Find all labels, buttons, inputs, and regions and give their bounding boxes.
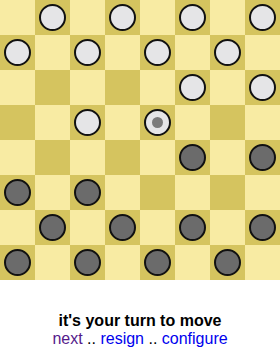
square-r7c4[interactable] [140, 245, 175, 280]
light-checker-piece[interactable] [249, 74, 276, 101]
dark-checker-piece[interactable] [39, 214, 66, 241]
square-r6c4[interactable] [140, 210, 175, 245]
square-r3c2[interactable] [70, 105, 105, 140]
dark-checker-piece[interactable] [179, 144, 206, 171]
resign-link[interactable]: resign [100, 330, 144, 347]
square-r1c2[interactable] [70, 35, 105, 70]
square-r5c6[interactable] [210, 175, 245, 210]
square-r5c7[interactable] [245, 175, 280, 210]
square-r6c3[interactable] [105, 210, 140, 245]
square-r2c4[interactable] [140, 70, 175, 105]
dark-checker-piece[interactable] [214, 249, 241, 276]
link-separator: .. [148, 330, 157, 347]
square-r4c5[interactable] [175, 140, 210, 175]
dark-checker-piece[interactable] [179, 214, 206, 241]
square-r0c4[interactable] [140, 0, 175, 35]
dark-checker-piece[interactable] [144, 249, 171, 276]
light-checker-piece[interactable] [144, 109, 171, 136]
square-r7c3[interactable] [105, 245, 140, 280]
square-r5c3[interactable] [105, 175, 140, 210]
configure-link[interactable]: configure [162, 330, 228, 347]
square-r2c2[interactable] [70, 70, 105, 105]
square-r7c1[interactable] [35, 245, 70, 280]
square-r7c7[interactable] [245, 245, 280, 280]
square-r5c0[interactable] [0, 175, 35, 210]
square-r0c6[interactable] [210, 0, 245, 35]
square-r4c1[interactable] [35, 140, 70, 175]
square-r3c7[interactable] [245, 105, 280, 140]
square-r6c7[interactable] [245, 210, 280, 245]
light-checker-piece[interactable] [4, 39, 31, 66]
square-r0c2[interactable] [70, 0, 105, 35]
dark-checker-piece[interactable] [249, 214, 276, 241]
square-r2c5[interactable] [175, 70, 210, 105]
square-r1c3[interactable] [105, 35, 140, 70]
dark-checker-piece[interactable] [4, 179, 31, 206]
light-checker-piece[interactable] [74, 39, 101, 66]
page: it's your turn to move next .. resign ..… [0, 0, 280, 353]
light-checker-piece[interactable] [179, 4, 206, 31]
square-r7c6[interactable] [210, 245, 245, 280]
square-r3c6[interactable] [210, 105, 245, 140]
square-r5c2[interactable] [70, 175, 105, 210]
square-r6c0[interactable] [0, 210, 35, 245]
dark-checker-piece[interactable] [109, 214, 136, 241]
square-r1c7[interactable] [245, 35, 280, 70]
square-r0c0[interactable] [0, 0, 35, 35]
square-r2c3[interactable] [105, 70, 140, 105]
square-r2c6[interactable] [210, 70, 245, 105]
light-checker-piece[interactable] [39, 4, 66, 31]
status-message: it's your turn to move [0, 312, 280, 329]
square-r4c6[interactable] [210, 140, 245, 175]
last-move-dot [152, 117, 163, 128]
square-r6c5[interactable] [175, 210, 210, 245]
square-r0c5[interactable] [175, 0, 210, 35]
square-r4c7[interactable] [245, 140, 280, 175]
square-r2c7[interactable] [245, 70, 280, 105]
square-r0c3[interactable] [105, 0, 140, 35]
square-r4c0[interactable] [0, 140, 35, 175]
square-r5c4[interactable] [140, 175, 175, 210]
square-r4c2[interactable] [70, 140, 105, 175]
square-r7c5[interactable] [175, 245, 210, 280]
square-r3c0[interactable] [0, 105, 35, 140]
square-r0c7[interactable] [245, 0, 280, 35]
dark-checker-piece[interactable] [74, 179, 101, 206]
light-checker-piece[interactable] [109, 4, 136, 31]
square-r1c1[interactable] [35, 35, 70, 70]
square-r0c1[interactable] [35, 0, 70, 35]
light-checker-piece[interactable] [179, 74, 206, 101]
checkers-board [0, 0, 280, 280]
light-checker-piece[interactable] [214, 39, 241, 66]
square-r3c1[interactable] [35, 105, 70, 140]
square-r5c5[interactable] [175, 175, 210, 210]
light-checker-piece[interactable] [144, 39, 171, 66]
square-r1c6[interactable] [210, 35, 245, 70]
square-r5c1[interactable] [35, 175, 70, 210]
square-r4c3[interactable] [105, 140, 140, 175]
square-r6c6[interactable] [210, 210, 245, 245]
dark-checker-piece[interactable] [4, 249, 31, 276]
link-separator: .. [87, 330, 96, 347]
square-r1c0[interactable] [0, 35, 35, 70]
square-r7c0[interactable] [0, 245, 35, 280]
square-r4c4[interactable] [140, 140, 175, 175]
square-r3c4[interactable] [140, 105, 175, 140]
square-r3c5[interactable] [175, 105, 210, 140]
square-r1c5[interactable] [175, 35, 210, 70]
square-r1c4[interactable] [140, 35, 175, 70]
dark-checker-piece[interactable] [74, 249, 101, 276]
square-r2c0[interactable] [0, 70, 35, 105]
light-checker-piece[interactable] [74, 109, 101, 136]
footer: it's your turn to move next .. resign ..… [0, 280, 280, 353]
next-link[interactable]: next [52, 330, 82, 347]
square-r7c2[interactable] [70, 245, 105, 280]
footer-links: next .. resign .. configure [0, 330, 280, 348]
square-r2c1[interactable] [35, 70, 70, 105]
square-r3c3[interactable] [105, 105, 140, 140]
square-r6c1[interactable] [35, 210, 70, 245]
square-r6c2[interactable] [70, 210, 105, 245]
dark-checker-piece[interactable] [249, 144, 276, 171]
light-checker-piece[interactable] [249, 4, 276, 31]
